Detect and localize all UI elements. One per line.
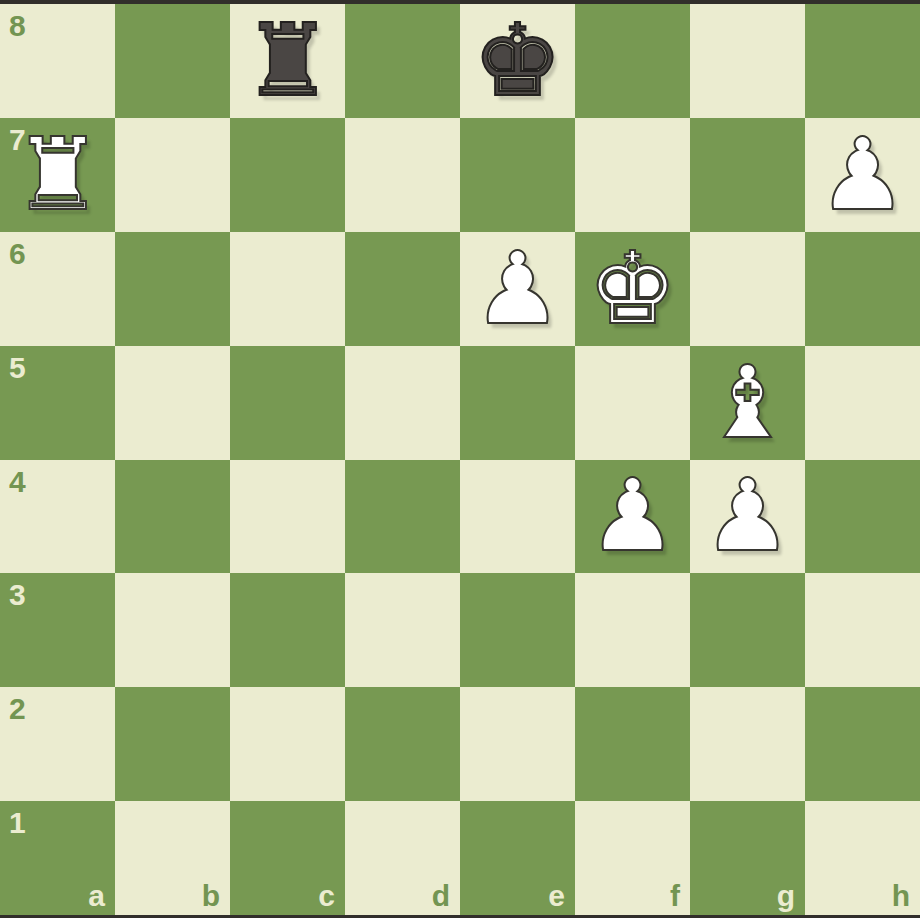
square-h4[interactable]: [805, 460, 920, 574]
square-b6[interactable]: [115, 232, 230, 346]
square-e3[interactable]: [460, 573, 575, 687]
black-rook[interactable]: ♜: [230, 4, 345, 118]
rank-label-8: 8: [9, 11, 26, 41]
square-d3[interactable]: [345, 573, 460, 687]
square-a2[interactable]: 2: [0, 687, 115, 801]
square-a7[interactable]: 7♜: [0, 118, 115, 232]
square-f8[interactable]: [575, 4, 690, 118]
square-c5[interactable]: [230, 346, 345, 460]
square-b3[interactable]: [115, 573, 230, 687]
square-e1[interactable]: e: [460, 801, 575, 915]
square-g5[interactable]: ♝: [690, 346, 805, 460]
white-pawn[interactable]: ♟: [690, 460, 805, 574]
square-f6[interactable]: ♚: [575, 232, 690, 346]
square-h1[interactable]: h: [805, 801, 920, 915]
file-label-d: d: [432, 881, 450, 911]
square-b4[interactable]: [115, 460, 230, 574]
square-h3[interactable]: [805, 573, 920, 687]
white-pawn[interactable]: ♟: [805, 118, 920, 232]
square-c2[interactable]: [230, 687, 345, 801]
file-label-a: a: [88, 881, 105, 911]
square-c1[interactable]: c: [230, 801, 345, 915]
square-c8[interactable]: ♜: [230, 4, 345, 118]
square-f7[interactable]: [575, 118, 690, 232]
square-f5[interactable]: [575, 346, 690, 460]
square-h5[interactable]: [805, 346, 920, 460]
square-a5[interactable]: 5: [0, 346, 115, 460]
square-g3[interactable]: [690, 573, 805, 687]
square-b8[interactable]: [115, 4, 230, 118]
square-d1[interactable]: d: [345, 801, 460, 915]
square-d2[interactable]: [345, 687, 460, 801]
black-king[interactable]: ♚: [460, 4, 575, 118]
square-b7[interactable]: [115, 118, 230, 232]
white-king[interactable]: ♚: [575, 232, 690, 346]
square-f3[interactable]: [575, 573, 690, 687]
square-b1[interactable]: b: [115, 801, 230, 915]
rank-label-5: 5: [9, 353, 26, 383]
file-label-f: f: [670, 881, 680, 911]
square-e7[interactable]: [460, 118, 575, 232]
square-g4[interactable]: ♟: [690, 460, 805, 574]
square-d5[interactable]: [345, 346, 460, 460]
square-d4[interactable]: [345, 460, 460, 574]
square-a4[interactable]: 4: [0, 460, 115, 574]
square-g8[interactable]: [690, 4, 805, 118]
rank-label-3: 3: [9, 580, 26, 610]
rank-label-1: 1: [9, 808, 26, 838]
square-f1[interactable]: f: [575, 801, 690, 915]
file-label-h: h: [892, 881, 910, 911]
square-b2[interactable]: [115, 687, 230, 801]
square-e6[interactable]: ♟: [460, 232, 575, 346]
square-d8[interactable]: [345, 4, 460, 118]
chess-board: 8♜♚7♜♟6♟♚5♝4♟♟321abcdefgh: [0, 4, 920, 915]
square-h8[interactable]: [805, 4, 920, 118]
file-label-b: b: [202, 881, 220, 911]
square-b5[interactable]: [115, 346, 230, 460]
square-g6[interactable]: [690, 232, 805, 346]
square-e5[interactable]: [460, 346, 575, 460]
square-c6[interactable]: [230, 232, 345, 346]
square-a8[interactable]: 8: [0, 4, 115, 118]
square-c7[interactable]: [230, 118, 345, 232]
rank-label-2: 2: [9, 694, 26, 724]
square-c3[interactable]: [230, 573, 345, 687]
square-e4[interactable]: [460, 460, 575, 574]
white-rook[interactable]: ♜: [0, 118, 115, 232]
file-label-c: c: [318, 881, 335, 911]
square-f4[interactable]: ♟: [575, 460, 690, 574]
square-f2[interactable]: [575, 687, 690, 801]
white-pawn[interactable]: ♟: [575, 460, 690, 574]
square-e2[interactable]: [460, 687, 575, 801]
square-h6[interactable]: [805, 232, 920, 346]
square-a1[interactable]: 1a: [0, 801, 115, 915]
rank-label-4: 4: [9, 467, 26, 497]
square-h7[interactable]: ♟: [805, 118, 920, 232]
square-a3[interactable]: 3: [0, 573, 115, 687]
file-label-g: g: [777, 881, 795, 911]
square-d6[interactable]: [345, 232, 460, 346]
rank-label-6: 6: [9, 239, 26, 269]
square-g7[interactable]: [690, 118, 805, 232]
white-bishop[interactable]: ♝: [690, 346, 805, 460]
square-c4[interactable]: [230, 460, 345, 574]
white-pawn[interactable]: ♟: [460, 232, 575, 346]
square-e8[interactable]: ♚: [460, 4, 575, 118]
square-h2[interactable]: [805, 687, 920, 801]
square-g2[interactable]: [690, 687, 805, 801]
square-g1[interactable]: g: [690, 801, 805, 915]
square-d7[interactable]: [345, 118, 460, 232]
square-a6[interactable]: 6: [0, 232, 115, 346]
file-label-e: e: [548, 881, 565, 911]
